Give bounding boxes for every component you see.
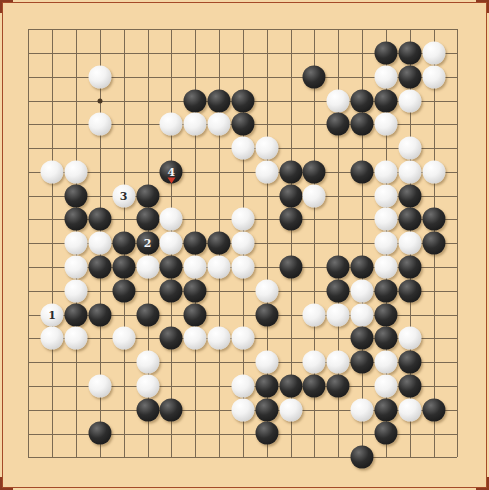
grid-line-vertical (457, 29, 458, 457)
black-stone-p9[interactable] (351, 256, 374, 279)
black-stone-s3[interactable] (422, 398, 445, 421)
white-stone-g11[interactable] (160, 208, 183, 231)
black-stone-q6[interactable] (374, 327, 397, 350)
white-stone-b13[interactable] (41, 160, 64, 183)
white-stone-k9[interactable] (231, 256, 254, 279)
white-stone-q4[interactable] (374, 374, 397, 397)
white-stone-r16[interactable] (398, 89, 421, 112)
black-stone-q18[interactable] (374, 41, 397, 64)
black-stone-f12[interactable] (136, 184, 159, 207)
white-stone-q17[interactable] (374, 65, 397, 88)
white-stone-g10[interactable] (160, 232, 183, 255)
black-stone-n13[interactable] (303, 160, 326, 183)
black-stone-h10[interactable] (184, 232, 207, 255)
black-stone-l3[interactable] (255, 398, 278, 421)
white-stone-c10[interactable] (64, 232, 87, 255)
black-stone-p16[interactable] (351, 89, 374, 112)
white-stone-c6[interactable] (64, 327, 87, 350)
star-point-d16 (97, 98, 102, 103)
white-stone-c8[interactable] (64, 279, 87, 302)
black-stone-d9[interactable] (88, 256, 111, 279)
black-stone-d11[interactable] (88, 208, 111, 231)
grid-line-horizontal (28, 457, 457, 458)
white-stone-e6[interactable] (112, 327, 135, 350)
black-stone-c12[interactable] (64, 184, 87, 207)
white-stone-m3[interactable] (279, 398, 302, 421)
black-stone-h8[interactable] (184, 279, 207, 302)
frame-corner-ornament (0, 477, 13, 490)
white-stone-f4[interactable] (136, 374, 159, 397)
white-stone-c13[interactable] (64, 160, 87, 183)
white-stone-n5[interactable] (303, 351, 326, 374)
black-stone-n4[interactable] (303, 374, 326, 397)
black-stone-c11[interactable] (64, 208, 87, 231)
black-stone-k15[interactable] (231, 113, 254, 136)
white-stone-s13[interactable] (422, 160, 445, 183)
black-stone-q8[interactable] (374, 279, 397, 302)
white-stone-o16[interactable] (327, 89, 350, 112)
white-stone-d10[interactable] (88, 232, 111, 255)
white-stone-q15[interactable] (374, 113, 397, 136)
black-stone-r4[interactable] (398, 374, 421, 397)
white-stone-e12[interactable]: 3 (112, 184, 135, 207)
black-stone-k16[interactable] (231, 89, 254, 112)
white-stone-p3[interactable] (351, 398, 374, 421)
white-stone-j9[interactable] (208, 256, 231, 279)
frame-corner-ornament (0, 0, 13, 13)
white-stone-k14[interactable] (231, 137, 254, 160)
black-stone-s11[interactable] (422, 208, 445, 231)
black-stone-r11[interactable] (398, 208, 421, 231)
white-stone-j6[interactable] (208, 327, 231, 350)
white-stone-o5[interactable] (327, 351, 350, 374)
last-move-marker-icon (167, 177, 175, 183)
black-stone-l7[interactable] (255, 303, 278, 326)
black-stone-r5[interactable] (398, 351, 421, 374)
black-stone-e10[interactable] (112, 232, 135, 255)
white-stone-l14[interactable] (255, 137, 278, 160)
black-stone-q2[interactable] (374, 422, 397, 445)
white-stone-h9[interactable] (184, 256, 207, 279)
black-stone-l2[interactable] (255, 422, 278, 445)
white-stone-p8[interactable] (351, 279, 374, 302)
white-stone-h6[interactable] (184, 327, 207, 350)
black-stone-e8[interactable] (112, 279, 135, 302)
black-stone-h16[interactable] (184, 89, 207, 112)
black-stone-m13[interactable] (279, 160, 302, 183)
white-stone-b7[interactable]: 1 (41, 303, 64, 326)
black-stone-r8[interactable] (398, 279, 421, 302)
black-stone-p15[interactable] (351, 113, 374, 136)
white-stone-d15[interactable] (88, 113, 111, 136)
black-stone-g8[interactable] (160, 279, 183, 302)
white-stone-r6[interactable] (398, 327, 421, 350)
black-stone-p6[interactable] (351, 327, 374, 350)
white-stone-l13[interactable] (255, 160, 278, 183)
white-stone-r14[interactable] (398, 137, 421, 160)
white-stone-q10[interactable] (374, 232, 397, 255)
black-stone-g3[interactable] (160, 398, 183, 421)
white-stone-l8[interactable] (255, 279, 278, 302)
black-stone-j10[interactable] (208, 232, 231, 255)
black-stone-o8[interactable] (327, 279, 350, 302)
white-stone-q11[interactable] (374, 208, 397, 231)
white-stone-f9[interactable] (136, 256, 159, 279)
white-stone-q13[interactable] (374, 160, 397, 183)
black-stone-g6[interactable] (160, 327, 183, 350)
white-stone-k6[interactable] (231, 327, 254, 350)
black-stone-g13[interactable]: 4 (160, 160, 183, 183)
white-stone-c9[interactable] (64, 256, 87, 279)
black-stone-q16[interactable] (374, 89, 397, 112)
white-stone-l5[interactable] (255, 351, 278, 374)
white-stone-o7[interactable] (327, 303, 350, 326)
frame-corner-ornament (476, 0, 489, 13)
move-number-label: 3 (120, 189, 128, 202)
white-stone-g15[interactable] (160, 113, 183, 136)
go-board-screenshot: 4321 (0, 0, 489, 490)
black-stone-f11[interactable] (136, 208, 159, 231)
black-stone-g9[interactable] (160, 256, 183, 279)
black-stone-c7[interactable] (64, 303, 87, 326)
white-stone-k3[interactable] (231, 398, 254, 421)
white-stone-p7[interactable] (351, 303, 374, 326)
black-stone-r17[interactable] (398, 65, 421, 88)
white-stone-b6[interactable] (41, 327, 64, 350)
white-stone-q9[interactable] (374, 256, 397, 279)
black-stone-d7[interactable] (88, 303, 111, 326)
black-stone-f3[interactable] (136, 398, 159, 421)
white-stone-r3[interactable] (398, 398, 421, 421)
black-stone-d2[interactable] (88, 422, 111, 445)
move-number-label: 1 (48, 308, 56, 321)
black-stone-e9[interactable] (112, 256, 135, 279)
black-stone-j16[interactable] (208, 89, 231, 112)
black-stone-o15[interactable] (327, 113, 350, 136)
black-stone-p13[interactable] (351, 160, 374, 183)
black-stone-n17[interactable] (303, 65, 326, 88)
black-stone-m4[interactable] (279, 374, 302, 397)
white-stone-h15[interactable] (184, 113, 207, 136)
black-stone-m9[interactable] (279, 256, 302, 279)
white-stone-s18[interactable] (422, 41, 445, 64)
white-stone-d17[interactable] (88, 65, 111, 88)
black-stone-r12[interactable] (398, 184, 421, 207)
black-stone-q7[interactable] (374, 303, 397, 326)
black-stone-m12[interactable] (279, 184, 302, 207)
black-stone-f10[interactable]: 2 (136, 232, 159, 255)
white-stone-q5[interactable] (374, 351, 397, 374)
black-stone-f7[interactable] (136, 303, 159, 326)
black-stone-r9[interactable] (398, 256, 421, 279)
move-number-label: 2 (144, 237, 152, 250)
white-stone-s17[interactable] (422, 65, 445, 88)
black-stone-s10[interactable] (422, 232, 445, 255)
black-stone-q3[interactable] (374, 398, 397, 421)
black-stone-p1[interactable] (351, 446, 374, 469)
white-stone-d4[interactable] (88, 374, 111, 397)
black-stone-h7[interactable] (184, 303, 207, 326)
white-stone-n12[interactable] (303, 184, 326, 207)
white-stone-q12[interactable] (374, 184, 397, 207)
white-stone-r13[interactable] (398, 160, 421, 183)
white-stone-j15[interactable] (208, 113, 231, 136)
black-stone-p5[interactable] (351, 351, 374, 374)
white-stone-r10[interactable] (398, 232, 421, 255)
white-stone-k4[interactable] (231, 374, 254, 397)
white-stone-f5[interactable] (136, 351, 159, 374)
frame-corner-ornament (476, 477, 489, 490)
white-stone-k11[interactable] (231, 208, 254, 231)
black-stone-o9[interactable] (327, 256, 350, 279)
white-stone-n7[interactable] (303, 303, 326, 326)
black-stone-r18[interactable] (398, 41, 421, 64)
black-stone-l4[interactable] (255, 374, 278, 397)
black-stone-o4[interactable] (327, 374, 350, 397)
white-stone-k10[interactable] (231, 232, 254, 255)
black-stone-m11[interactable] (279, 208, 302, 231)
